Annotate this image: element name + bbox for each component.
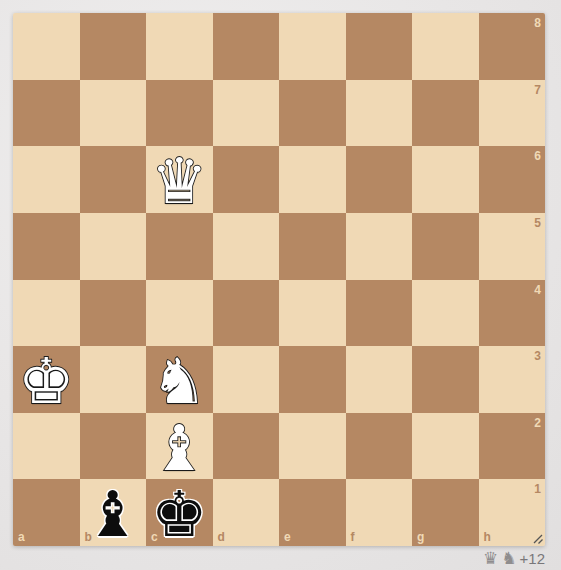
file-label-h: h (484, 531, 491, 543)
square-b5[interactable] (80, 213, 147, 280)
square-a6[interactable] (13, 146, 80, 213)
square-e7[interactable] (279, 80, 346, 147)
square-d7[interactable] (213, 80, 280, 147)
file-label-f: f (351, 531, 355, 543)
square-g1[interactable]: g (412, 479, 479, 546)
square-a5[interactable] (13, 213, 80, 280)
square-c8[interactable] (146, 13, 213, 80)
square-h4[interactable]: 4 (479, 280, 546, 347)
square-g2[interactable] (412, 413, 479, 480)
square-h6[interactable]: 6 (479, 146, 546, 213)
square-a4[interactable] (13, 280, 80, 347)
rank-label-1: 1 (534, 483, 541, 495)
rank-label-2: 2 (534, 417, 541, 429)
rank-label-5: 5 (534, 217, 541, 229)
square-d6[interactable] (213, 146, 280, 213)
square-f5[interactable] (346, 213, 413, 280)
square-d8[interactable] (213, 13, 280, 80)
square-f3[interactable] (346, 346, 413, 413)
square-e4[interactable] (279, 280, 346, 347)
square-g7[interactable] (412, 80, 479, 147)
file-label-e: e (284, 531, 291, 543)
rank-label-8: 8 (534, 17, 541, 29)
square-f4[interactable] (346, 280, 413, 347)
square-b6[interactable] (80, 146, 147, 213)
square-f6[interactable] (346, 146, 413, 213)
square-e8[interactable] (279, 13, 346, 80)
square-h8[interactable]: 8 (479, 13, 546, 80)
file-label-d: d (218, 531, 225, 543)
square-c7[interactable] (146, 80, 213, 147)
square-e2[interactable] (279, 413, 346, 480)
captured-knight-icon: ♞ (501, 550, 516, 567)
square-e1[interactable]: e (279, 479, 346, 546)
square-b3[interactable] (80, 346, 147, 413)
square-h3[interactable]: 3 (479, 346, 546, 413)
square-f1[interactable]: f (346, 479, 413, 546)
material-advantage: +12 (520, 551, 545, 566)
piece-white-king[interactable]: ♚ (18, 350, 74, 413)
square-h2[interactable]: 2 (479, 413, 546, 480)
square-d3[interactable] (213, 346, 280, 413)
rank-label-6: 6 (534, 150, 541, 162)
square-c4[interactable] (146, 280, 213, 347)
square-a3[interactable]: ♚ (13, 346, 80, 413)
square-f8[interactable] (346, 13, 413, 80)
square-f2[interactable] (346, 413, 413, 480)
square-a7[interactable] (13, 80, 80, 147)
square-c1[interactable]: c♚ (146, 479, 213, 546)
square-b8[interactable] (80, 13, 147, 80)
square-d4[interactable] (213, 280, 280, 347)
square-d1[interactable]: d (213, 479, 280, 546)
square-g4[interactable] (412, 280, 479, 347)
piece-black-bishop[interactable]: ♝ (85, 483, 141, 546)
square-d5[interactable] (213, 213, 280, 280)
square-e6[interactable] (279, 146, 346, 213)
square-a1[interactable]: a (13, 479, 80, 546)
square-g3[interactable] (412, 346, 479, 413)
square-f7[interactable] (346, 80, 413, 147)
square-b7[interactable] (80, 80, 147, 147)
square-c5[interactable] (146, 213, 213, 280)
square-c3[interactable]: ♞ (146, 346, 213, 413)
piece-white-queen[interactable]: ♛ (151, 150, 207, 213)
square-h5[interactable]: 5 (479, 213, 546, 280)
square-c6[interactable]: ♛ (146, 146, 213, 213)
square-b1[interactable]: b♝ (80, 479, 147, 546)
square-e5[interactable] (279, 213, 346, 280)
piece-white-knight[interactable]: ♞ (151, 350, 207, 413)
square-h7[interactable]: 7 (479, 80, 546, 147)
square-d2[interactable] (213, 413, 280, 480)
chess-board: 87♛654♚♞3♝2ab♝c♚defg1h (13, 13, 545, 546)
captured-queen-icon: ♛ (483, 550, 498, 567)
square-a2[interactable] (13, 413, 80, 480)
square-b4[interactable] (80, 280, 147, 347)
square-b2[interactable] (80, 413, 147, 480)
material-tray: ♛♞+12 (483, 548, 545, 568)
piece-white-bishop[interactable]: ♝ (151, 417, 207, 480)
file-label-a: a (18, 531, 25, 543)
square-g5[interactable] (412, 213, 479, 280)
square-g6[interactable] (412, 146, 479, 213)
file-label-g: g (417, 531, 424, 543)
board-resize-handle-icon[interactable] (531, 532, 544, 545)
square-e3[interactable] (279, 346, 346, 413)
square-c2[interactable]: ♝ (146, 413, 213, 480)
square-a8[interactable] (13, 13, 80, 80)
rank-label-4: 4 (534, 284, 541, 296)
rank-label-3: 3 (534, 350, 541, 362)
square-g8[interactable] (412, 13, 479, 80)
rank-label-7: 7 (534, 84, 541, 96)
piece-black-king[interactable]: ♚ (151, 483, 207, 546)
